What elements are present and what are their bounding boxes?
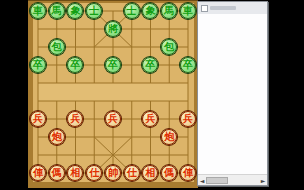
checkbox-icon[interactable]: [201, 5, 208, 12]
piece-green-advisor[interactable]: 士: [86, 3, 102, 19]
piece-red-cannon[interactable]: 炮: [49, 129, 65, 145]
piece-green-cannon[interactable]: 包: [49, 39, 65, 55]
piece-red-soldier[interactable]: 兵: [105, 111, 121, 127]
piece-green-soldier[interactable]: 卒: [142, 57, 158, 73]
move-list-area[interactable]: [198, 14, 267, 174]
piece-red-advisor[interactable]: 仕: [86, 165, 102, 181]
piece-red-soldier[interactable]: 兵: [142, 111, 158, 127]
piece-green-elephant[interactable]: 象: [67, 3, 83, 19]
scrollbar-thumb[interactable]: [206, 177, 228, 184]
piece-red-soldier[interactable]: 兵: [180, 111, 196, 127]
horizontal-scrollbar[interactable]: ◄ ►: [198, 174, 267, 185]
piece-green-horse[interactable]: 馬: [161, 3, 177, 19]
piece-green-soldier[interactable]: 卒: [105, 57, 121, 73]
scroll-left-arrow-icon[interactable]: ◄: [198, 177, 206, 184]
illegible-caption-text: [210, 6, 236, 10]
piece-red-soldier[interactable]: 兵: [67, 111, 83, 127]
piece-red-horse[interactable]: 傌: [161, 165, 177, 181]
xiangqi-board[interactable]: 車馬象士士象馬車將包包卒卒卒卒卒兵兵兵兵兵炮炮俥傌相仕帥仕相傌俥: [28, 0, 198, 188]
piece-red-general[interactable]: 帥: [105, 165, 121, 181]
piece-green-chariot[interactable]: 車: [180, 3, 196, 19]
piece-red-elephant[interactable]: 相: [67, 165, 83, 181]
piece-red-advisor[interactable]: 仕: [124, 165, 140, 181]
piece-red-cannon[interactable]: 炮: [161, 129, 177, 145]
piece-green-chariot[interactable]: 車: [30, 3, 46, 19]
piece-red-chariot[interactable]: 俥: [30, 165, 46, 181]
piece-red-chariot[interactable]: 俥: [180, 165, 196, 181]
piece-red-elephant[interactable]: 相: [142, 165, 158, 181]
piece-green-soldier[interactable]: 卒: [30, 57, 46, 73]
piece-green-soldier[interactable]: 卒: [67, 57, 83, 73]
piece-green-elephant[interactable]: 象: [142, 3, 158, 19]
app-window: 車馬象士士象馬車將包包卒卒卒卒卒兵兵兵兵兵炮炮俥傌相仕帥仕相傌俥 ◄ ►: [0, 0, 304, 190]
piece-red-horse[interactable]: 傌: [49, 165, 65, 181]
piece-green-soldier[interactable]: 卒: [180, 57, 196, 73]
piece-red-soldier[interactable]: 兵: [30, 111, 46, 127]
piece-green-general[interactable]: 將: [105, 21, 121, 37]
pieces-layer: 車馬象士士象馬車將包包卒卒卒卒卒兵兵兵兵兵炮炮俥傌相仕帥仕相傌俥: [29, 2, 198, 182]
piece-green-horse[interactable]: 馬: [49, 3, 65, 19]
piece-green-cannon[interactable]: 包: [161, 39, 177, 55]
panel-header: [198, 2, 267, 14]
side-panel: ◄ ►: [197, 1, 268, 186]
scroll-right-arrow-icon[interactable]: ►: [259, 177, 267, 184]
piece-green-advisor[interactable]: 士: [124, 3, 140, 19]
